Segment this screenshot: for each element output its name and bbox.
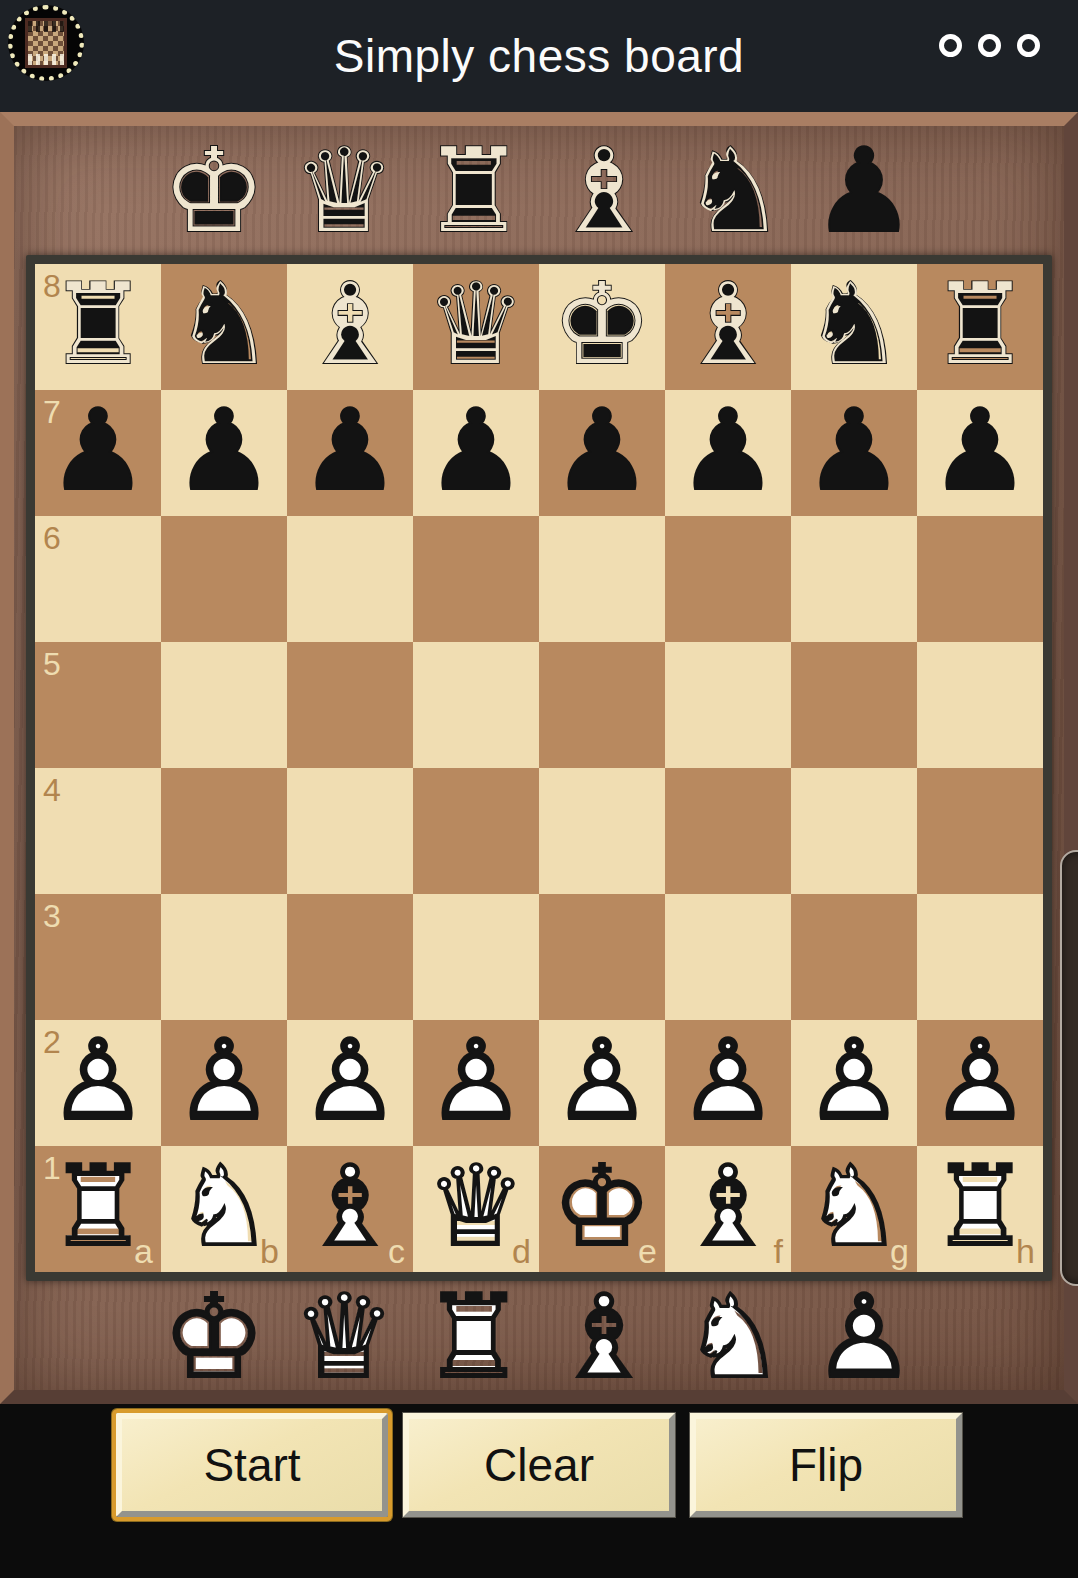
pawn-glyph-fill: ♟ <box>930 394 1030 506</box>
piece-black-pawn: ♟♙ <box>161 390 287 516</box>
piece-black-pawn: ♟♙ <box>665 390 791 516</box>
square-h5[interactable] <box>917 642 1043 768</box>
pawn-glyph-outline: ♙ <box>300 1024 400 1136</box>
square-b2[interactable]: ♟♙ <box>161 1020 287 1146</box>
clear-button[interactable]: Clear <box>403 1413 675 1517</box>
palette-black-knight[interactable]: ♞♘ <box>679 134 789 254</box>
knight-glyph-outline: ♘ <box>682 133 786 249</box>
square-e5[interactable] <box>539 642 665 768</box>
piece-white-pawn: ♟♙ <box>539 1020 665 1146</box>
pawn-glyph-fill: ♟ <box>552 394 652 506</box>
square-d5[interactable] <box>413 642 539 768</box>
piece-white-pawn: ♟♙ <box>791 1020 917 1146</box>
square-a2[interactable]: 2♟♙ <box>35 1020 161 1146</box>
bishop-glyph-outline: ♗ <box>552 133 656 249</box>
square-g5[interactable] <box>791 642 917 768</box>
rank-label-3: 3 <box>43 900 61 932</box>
palette-black-bishop[interactable]: ♝♗ <box>549 134 659 254</box>
file-label-g: g <box>890 1234 909 1268</box>
square-c6[interactable] <box>287 516 413 642</box>
square-g7[interactable]: ♟♙ <box>791 390 917 516</box>
square-b3[interactable] <box>161 894 287 1020</box>
pawn-glyph-outline: ♙ <box>804 1024 904 1136</box>
square-e4[interactable] <box>539 768 665 894</box>
square-e6[interactable] <box>539 516 665 642</box>
square-d3[interactable] <box>413 894 539 1020</box>
square-b1[interactable]: b♞♘ <box>161 1146 287 1272</box>
square-a1[interactable]: 1a♜♖ <box>35 1146 161 1272</box>
bishop-glyph-outline: ♗ <box>300 268 400 380</box>
knight-glyph-outline: ♘ <box>682 1279 786 1395</box>
pawn-glyph-outline: ♙ <box>426 1024 526 1136</box>
page-title: Simply chess board <box>334 29 744 83</box>
file-label-e: e <box>638 1234 657 1268</box>
bishop-glyph-outline: ♗ <box>300 1150 400 1262</box>
piece-black-pawn: ♟♙ <box>539 390 665 516</box>
palette-black-rook[interactable]: ♜♖ <box>419 134 529 254</box>
palette-white-bishop[interactable]: ♝♗ <box>549 1280 659 1400</box>
square-f6[interactable] <box>665 516 791 642</box>
knight-glyph-outline: ♘ <box>804 268 904 380</box>
piece-black-king: ♚♔ <box>539 264 665 390</box>
square-d2[interactable]: ♟♙ <box>413 1020 539 1146</box>
palette-white-king[interactable]: ♚♔ <box>159 1280 269 1400</box>
palette-white-queen[interactable]: ♛♕ <box>289 1280 399 1400</box>
file-label-d: d <box>512 1234 531 1268</box>
square-g2[interactable]: ♟♙ <box>791 1020 917 1146</box>
square-c4[interactable] <box>287 768 413 894</box>
file-label-c: c <box>388 1234 405 1268</box>
square-a7[interactable]: 7♟♙ <box>35 390 161 516</box>
square-d1[interactable]: d♛♕ <box>413 1146 539 1272</box>
palette-white-knight[interactable]: ♞♘ <box>679 1280 789 1400</box>
piece-white-bishop: ♝♗ <box>665 1146 791 1272</box>
king-glyph-outline: ♔ <box>162 133 266 249</box>
app-screen: Simply chess board ♚♔♛♕♜♖♝♗♞♘♟♙ 8♜♖♞♘♝♗♛… <box>0 0 1078 1578</box>
piece-black-king: ♚♔ <box>159 134 269 254</box>
piece-white-pawn: ♟♙ <box>665 1020 791 1146</box>
square-h6[interactable] <box>917 516 1043 642</box>
file-label-h: h <box>1016 1234 1035 1268</box>
square-g4[interactable] <box>791 768 917 894</box>
piece-black-rook: ♜♖ <box>917 264 1043 390</box>
mini-chessboard-icon <box>25 18 67 68</box>
menu-dot-icon <box>939 34 962 57</box>
queen-glyph-outline: ♕ <box>292 1279 396 1395</box>
square-c5[interactable] <box>287 642 413 768</box>
square-f8[interactable]: ♝♗ <box>665 264 791 390</box>
piece-white-pawn: ♟♙ <box>809 1280 919 1400</box>
flip-button[interactable]: Flip <box>690 1413 962 1517</box>
piece-black-bishop: ♝♗ <box>287 264 413 390</box>
piece-white-king: ♚♔ <box>159 1280 269 1400</box>
square-h3[interactable] <box>917 894 1043 1020</box>
square-b5[interactable] <box>161 642 287 768</box>
rank-label-2: 2 <box>43 1026 61 1058</box>
palette-white-pawn[interactable]: ♟♙ <box>809 1280 919 1400</box>
pawn-glyph-outline: ♙ <box>930 1024 1030 1136</box>
piece-black-pawn: ♟♙ <box>287 390 413 516</box>
piece-black-queen: ♛♕ <box>289 134 399 254</box>
rank-label-8: 8 <box>43 270 61 302</box>
black-piece-palette: ♚♔♛♕♜♖♝♗♞♘♟♙ <box>14 132 1064 254</box>
square-f1[interactable]: f♝♗ <box>665 1146 791 1272</box>
square-a5[interactable]: 5 <box>35 642 161 768</box>
square-h7[interactable]: ♟♙ <box>917 390 1043 516</box>
piece-white-rook: ♜♖ <box>419 1280 529 1400</box>
piece-white-pawn: ♟♙ <box>917 1020 1043 1146</box>
start-button[interactable]: Start <box>116 1413 388 1517</box>
rank-label-7: 7 <box>43 396 61 428</box>
pawn-glyph-outline: ♙ <box>48 1024 148 1136</box>
piece-black-pawn: ♟♙ <box>809 134 919 254</box>
app-logo-icon <box>8 5 84 81</box>
square-b7[interactable]: ♟♙ <box>161 390 287 516</box>
board-border: 8♜♖♞♘♝♗♛♕♚♔♝♗♞♘♜♖7♟♙♟♙♟♙♟♙♟♙♟♙♟♙♟♙65432♟… <box>26 255 1052 1281</box>
king-glyph-outline: ♔ <box>552 268 652 380</box>
square-b4[interactable] <box>161 768 287 894</box>
pawn-glyph-fill: ♟ <box>300 394 400 506</box>
piece-black-pawn: ♟♙ <box>917 390 1043 516</box>
menu-dot-icon <box>1017 34 1040 57</box>
square-a4[interactable]: 4 <box>35 768 161 894</box>
king-glyph-outline: ♔ <box>162 1279 266 1395</box>
square-d6[interactable] <box>413 516 539 642</box>
rank-label-1: 1 <box>43 1152 61 1184</box>
square-e1[interactable]: e♚♔ <box>539 1146 665 1272</box>
square-h8[interactable]: ♜♖ <box>917 264 1043 390</box>
piece-black-knight: ♞♘ <box>161 264 287 390</box>
square-b6[interactable] <box>161 516 287 642</box>
piece-black-bishop: ♝♗ <box>549 134 659 254</box>
edge-scroll-handle[interactable] <box>1060 850 1078 1286</box>
piece-white-queen: ♛♕ <box>289 1280 399 1400</box>
bishop-glyph-outline: ♗ <box>678 1150 778 1262</box>
square-g1[interactable]: g♞♘ <box>791 1146 917 1272</box>
square-a3[interactable]: 3 <box>35 894 161 1020</box>
piece-black-knight: ♞♘ <box>791 264 917 390</box>
square-h1[interactable]: h♜♖ <box>917 1146 1043 1272</box>
square-a8[interactable]: 8♜♖ <box>35 264 161 390</box>
square-b8[interactable]: ♞♘ <box>161 264 287 390</box>
square-f5[interactable] <box>665 642 791 768</box>
bishop-glyph-outline: ♗ <box>552 1279 656 1395</box>
square-e2[interactable]: ♟♙ <box>539 1020 665 1146</box>
file-label-a: a <box>134 1234 153 1268</box>
pawn-glyph-fill: ♟ <box>812 133 916 249</box>
square-d4[interactable] <box>413 768 539 894</box>
pawn-glyph-fill: ♟ <box>48 394 148 506</box>
square-f3[interactable] <box>665 894 791 1020</box>
piece-white-pawn: ♟♙ <box>413 1020 539 1146</box>
square-d8[interactable]: ♛♕ <box>413 264 539 390</box>
pawn-glyph-fill: ♟ <box>426 394 526 506</box>
square-c3[interactable] <box>287 894 413 1020</box>
piece-black-knight: ♞♘ <box>679 134 789 254</box>
square-g8[interactable]: ♞♘ <box>791 264 917 390</box>
square-e7[interactable]: ♟♙ <box>539 390 665 516</box>
square-f7[interactable]: ♟♙ <box>665 390 791 516</box>
app-header: Simply chess board <box>0 0 1078 112</box>
palette-black-king[interactable]: ♚♔ <box>159 134 269 254</box>
bishop-glyph-outline: ♗ <box>678 268 778 380</box>
square-h2[interactable]: ♟♙ <box>917 1020 1043 1146</box>
rank-label-5: 5 <box>43 648 61 680</box>
piece-white-bishop: ♝♗ <box>549 1280 659 1400</box>
square-c2[interactable]: ♟♙ <box>287 1020 413 1146</box>
pawn-glyph-fill: ♟ <box>678 394 778 506</box>
board-frame: ♚♔♛♕♜♖♝♗♞♘♟♙ 8♜♖♞♘♝♗♛♕♚♔♝♗♞♘♜♖7♟♙♟♙♟♙♟♙♟… <box>0 112 1078 1404</box>
queen-glyph-outline: ♕ <box>292 133 396 249</box>
piece-black-rook: ♜♖ <box>419 134 529 254</box>
chess-board: 8♜♖♞♘♝♗♛♕♚♔♝♗♞♘♜♖7♟♙♟♙♟♙♟♙♟♙♟♙♟♙♟♙65432♟… <box>35 264 1043 1272</box>
piece-black-queen: ♛♕ <box>413 264 539 390</box>
piece-black-pawn: ♟♙ <box>413 390 539 516</box>
piece-black-pawn: ♟♙ <box>791 390 917 516</box>
square-e3[interactable] <box>539 894 665 1020</box>
palette-white-rook[interactable]: ♜♖ <box>419 1280 529 1400</box>
rook-glyph-outline: ♖ <box>930 268 1030 380</box>
square-h4[interactable] <box>917 768 1043 894</box>
square-d7[interactable]: ♟♙ <box>413 390 539 516</box>
pawn-glyph-fill: ♟ <box>804 394 904 506</box>
file-label-b: b <box>260 1234 279 1268</box>
piece-white-pawn: ♟♙ <box>287 1020 413 1146</box>
palette-black-pawn[interactable]: ♟♙ <box>809 134 919 254</box>
square-f4[interactable] <box>665 768 791 894</box>
square-c7[interactable]: ♟♙ <box>287 390 413 516</box>
overflow-menu-icon[interactable] <box>939 34 1040 57</box>
menu-dot-icon <box>978 34 1001 57</box>
rank-label-6: 6 <box>43 522 61 554</box>
rook-glyph-outline: ♖ <box>422 133 526 249</box>
pawn-glyph-outline: ♙ <box>552 1024 652 1136</box>
knight-glyph-outline: ♘ <box>174 268 274 380</box>
square-f2[interactable]: ♟♙ <box>665 1020 791 1146</box>
button-bar: Start Clear Flip <box>0 1404 1078 1578</box>
square-g3[interactable] <box>791 894 917 1020</box>
white-piece-palette: ♚♔♛♕♜♖♝♗♞♘♟♙ <box>14 1278 1064 1400</box>
palette-black-queen[interactable]: ♛♕ <box>289 134 399 254</box>
pawn-glyph-fill: ♟ <box>174 394 274 506</box>
rook-glyph-outline: ♖ <box>48 268 148 380</box>
square-e8[interactable]: ♚♔ <box>539 264 665 390</box>
rook-glyph-outline: ♖ <box>422 1279 526 1395</box>
pawn-glyph-outline: ♙ <box>812 1279 916 1395</box>
rank-label-4: 4 <box>43 774 61 806</box>
queen-glyph-outline: ♕ <box>426 268 526 380</box>
square-g6[interactable] <box>791 516 917 642</box>
file-label-f: f <box>774 1234 783 1268</box>
piece-black-bishop: ♝♗ <box>665 264 791 390</box>
pawn-glyph-outline: ♙ <box>174 1024 274 1136</box>
square-c8[interactable]: ♝♗ <box>287 264 413 390</box>
square-c1[interactable]: c♝♗ <box>287 1146 413 1272</box>
pawn-glyph-outline: ♙ <box>678 1024 778 1136</box>
piece-white-knight: ♞♘ <box>679 1280 789 1400</box>
square-a6[interactable]: 6 <box>35 516 161 642</box>
piece-white-pawn: ♟♙ <box>161 1020 287 1146</box>
